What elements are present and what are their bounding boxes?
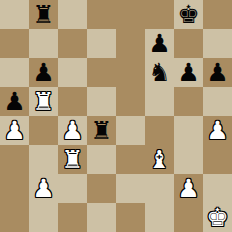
black-rook-piece: ♜ [90,116,112,145]
black-pawn-piece: ♟ [32,58,54,87]
white-pawn-piece: ♟ [32,174,54,203]
square-d2[interactable] [87,174,116,203]
square-f2[interactable] [145,174,174,203]
chess-board-wrapper: ♜♚♟♟♞♟♟♟♜♟♟♜♟♜♝♟♟♚ [0,0,232,232]
square-h1[interactable]: ♚ [203,203,232,232]
square-d1[interactable] [87,203,116,232]
square-c5[interactable] [58,87,87,116]
square-a7[interactable] [0,29,29,58]
square-h2[interactable] [203,174,232,203]
square-b1[interactable] [29,203,58,232]
square-f6[interactable]: ♞ [145,58,174,87]
square-d6[interactable] [87,58,116,87]
white-pawn-piece: ♟ [177,174,199,203]
square-e1[interactable] [116,203,145,232]
square-d5[interactable] [87,87,116,116]
square-g5[interactable] [174,87,203,116]
square-f5[interactable] [145,87,174,116]
square-g7[interactable] [174,29,203,58]
square-h6[interactable]: ♟ [203,58,232,87]
black-pawn-piece: ♟ [3,87,25,116]
black-pawn-piece: ♟ [177,58,199,87]
square-h4[interactable]: ♟ [203,116,232,145]
square-c7[interactable] [58,29,87,58]
square-d4[interactable]: ♜ [87,116,116,145]
square-g8[interactable]: ♚ [174,0,203,29]
square-h8[interactable] [203,0,232,29]
square-g4[interactable] [174,116,203,145]
square-e2[interactable] [116,174,145,203]
black-knight-piece: ♞ [148,58,170,87]
chess-board: ♜♚♟♟♞♟♟♟♜♟♟♜♟♜♝♟♟♚ [0,0,232,232]
square-e8[interactable] [116,0,145,29]
square-f1[interactable] [145,203,174,232]
square-a4[interactable]: ♟ [0,116,29,145]
square-c3[interactable]: ♜ [58,145,87,174]
black-pawn-piece: ♟ [148,29,170,58]
square-c1[interactable] [58,203,87,232]
square-e7[interactable] [116,29,145,58]
white-pawn-piece: ♟ [3,116,25,145]
square-a3[interactable] [0,145,29,174]
square-f3[interactable]: ♝ [145,145,174,174]
square-a8[interactable] [0,0,29,29]
square-e5[interactable] [116,87,145,116]
square-b2[interactable]: ♟ [29,174,58,203]
square-e6[interactable] [116,58,145,87]
square-h7[interactable] [203,29,232,58]
white-pawn-piece: ♟ [206,116,228,145]
square-g1[interactable] [174,203,203,232]
square-a2[interactable] [0,174,29,203]
black-rook-piece: ♜ [32,0,54,29]
square-c8[interactable] [58,0,87,29]
white-king-piece: ♚ [206,203,228,232]
square-f4[interactable] [145,116,174,145]
square-g3[interactable] [174,145,203,174]
square-a6[interactable] [0,58,29,87]
square-b8[interactable]: ♜ [29,0,58,29]
white-bishop-piece: ♝ [148,145,170,174]
square-e3[interactable] [116,145,145,174]
square-g2[interactable]: ♟ [174,174,203,203]
square-b4[interactable] [29,116,58,145]
square-d8[interactable] [87,0,116,29]
white-rook-piece: ♜ [32,87,54,116]
square-g6[interactable]: ♟ [174,58,203,87]
square-d3[interactable] [87,145,116,174]
square-c4[interactable]: ♟ [58,116,87,145]
black-pawn-piece: ♟ [206,58,228,87]
square-b6[interactable]: ♟ [29,58,58,87]
square-b3[interactable] [29,145,58,174]
square-h5[interactable] [203,87,232,116]
square-f8[interactable] [145,0,174,29]
square-f7[interactable]: ♟ [145,29,174,58]
square-a1[interactable] [0,203,29,232]
white-pawn-piece: ♟ [61,116,83,145]
white-rook-piece: ♜ [61,145,83,174]
square-d7[interactable] [87,29,116,58]
square-c6[interactable] [58,58,87,87]
square-a5[interactable]: ♟ [0,87,29,116]
square-b5[interactable]: ♜ [29,87,58,116]
square-h3[interactable] [203,145,232,174]
square-e4[interactable] [116,116,145,145]
square-c2[interactable] [58,174,87,203]
black-king-piece: ♚ [177,0,199,29]
square-b7[interactable] [29,29,58,58]
